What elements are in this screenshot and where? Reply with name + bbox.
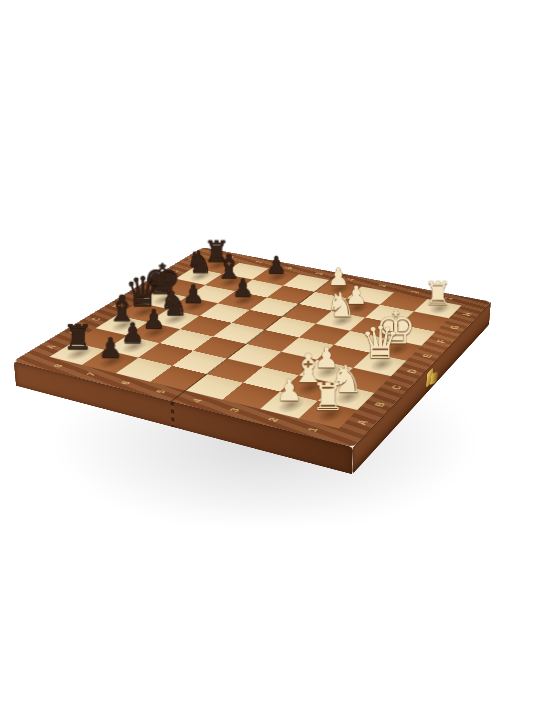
fold-joint [171,401,175,428]
piece-white-pawn-a2[interactable]: ♟ [268,344,311,405]
black-pawn-icon: ♟ [98,335,123,361]
black-pawn-icon: ♟ [265,255,286,277]
piece-black-pawn-h6[interactable]: ♟ [259,228,293,277]
white-rook-icon: ♜ [424,278,452,308]
white-rook-icon: ♜ [311,378,345,414]
white-pawn-icon: ♟ [276,377,302,405]
piece-white-rook-h1[interactable]: ♜ [420,257,457,309]
scene: ♜♝♛♚♞♜♟♟♟♞♟♝♟♟♟♞♟♟♝♟♜♞♛♚♜ ABCDEFGH ABCDE… [0,0,540,720]
chess-board-box: ♜♝♛♚♞♜♟♟♟♞♟♝♟♟♟♞♟♟♝♟♜♞♛♚♜ ABCDEFGH ABCDE… [14,248,491,448]
piece-black-pawn-a7[interactable]: ♟ [90,304,130,361]
piece-black-pawn-f6[interactable]: ♟ [225,249,261,300]
piece-white-rook-a1[interactable]: ♜ [306,352,350,414]
brass-latch-hook-icon[interactable] [430,371,439,385]
black-pawn-icon: ♟ [232,277,254,300]
black-rook-icon: ♜ [62,321,93,354]
